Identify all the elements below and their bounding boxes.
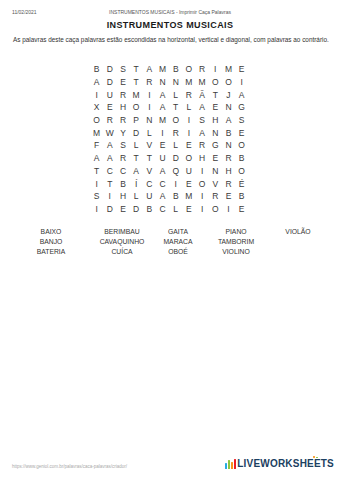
grid-cell-r3c5[interactable]: I	[143, 88, 156, 101]
grid-cell-r5c5[interactable]: N	[143, 114, 156, 127]
grid-cell-r7c8[interactable]: E	[182, 139, 195, 152]
grid-cell-r4c4[interactable]: O	[130, 101, 143, 114]
grid-cell-r9c7[interactable]: Q	[169, 165, 182, 178]
grid-cell-r1c7[interactable]: B	[169, 63, 182, 76]
grid-cell-r8c11[interactable]: R	[222, 152, 235, 165]
grid-cell-r11c11[interactable]: E	[222, 190, 235, 203]
grid-cell-r5c9[interactable]: S	[196, 114, 209, 127]
grid-cell-r8c2[interactable]: A	[103, 152, 116, 165]
grid-cell-r2c7[interactable]: N	[169, 76, 182, 89]
word-bateria: BATERIA	[37, 247, 66, 257]
grid-cell-r8c6[interactable]: U	[156, 152, 169, 165]
grid-cell-r3c1[interactable]: I	[90, 88, 103, 101]
grid-cell-r2c4[interactable]: T	[130, 76, 143, 89]
grid-cell-r10c7[interactable]: I	[169, 177, 182, 190]
word-cuíca: CUÍCA	[111, 247, 132, 257]
word-list: BAIXOBANJOBATERIABERIMBAUCAVAQUINHOCUÍCA…	[18, 227, 320, 257]
word-column: BAIXOBANJOBATERIA	[18, 227, 84, 257]
grid-cell-r10c4[interactable]: Í	[130, 177, 143, 190]
word-column: VIOLÃO	[276, 227, 320, 257]
grid-cell-r12c5[interactable]: B	[143, 203, 156, 216]
grid-cell-r12c7[interactable]: L	[169, 203, 182, 216]
grid-cell-r5c10[interactable]: H	[209, 114, 222, 127]
grid-cell-r4c3[interactable]: H	[116, 101, 129, 114]
grid-cell-r9c4[interactable]: A	[130, 165, 143, 178]
instructions-text: As palavras deste caça palavras estão es…	[13, 34, 329, 45]
grid-cell-r1c8[interactable]: O	[182, 63, 195, 76]
grid-cell-r10c9[interactable]: O	[196, 177, 209, 190]
liveworksheets-logo-text: LIVEWORKSHEETS	[237, 458, 334, 470]
grid-cell-r6c9[interactable]: A	[196, 126, 209, 139]
grid-cell-r10c3[interactable]: B	[116, 177, 129, 190]
print-header: 11/02/2021 INSTRUMENTOS MUSICAIS - Impri…	[0, 9, 340, 19]
grid-cell-r7c4[interactable]: L	[130, 139, 143, 152]
grid-cell-r8c1[interactable]: A	[90, 152, 103, 165]
grid-cell-r6c4[interactable]: D	[130, 126, 143, 139]
grid-cell-r7c2[interactable]: A	[103, 139, 116, 152]
grid-cell-r3c3[interactable]: R	[116, 88, 129, 101]
word-maraca: MARACA	[163, 237, 192, 247]
grid-cell-r2c1[interactable]: A	[90, 76, 103, 89]
grid-cell-r12c9[interactable]: I	[196, 203, 209, 216]
grid-cell-r11c1[interactable]: S	[90, 190, 103, 203]
grid-cell-r4c2[interactable]: E	[103, 101, 116, 114]
grid-cell-r4c11[interactable]: N	[222, 101, 235, 114]
print-doc-title: INSTRUMENTOS MUSICAIS - Imprimir Caça Pa…	[0, 9, 340, 15]
grid-cell-r3c11[interactable]: J	[222, 88, 235, 101]
grid-cell-r10c5[interactable]: C	[143, 177, 156, 190]
grid-cell-r1c1[interactable]: B	[90, 63, 103, 76]
grid-cell-r4c7[interactable]: T	[169, 101, 182, 114]
grid-cell-r1c4[interactable]: T	[130, 63, 143, 76]
grid-cell-r10c8[interactable]: E	[182, 177, 195, 190]
grid-cell-r4c9[interactable]: A	[196, 101, 209, 114]
grid-cell-r11c8[interactable]: M	[182, 190, 195, 203]
grid-cell-r11c3[interactable]: H	[116, 190, 129, 203]
grid-cell-r9c5[interactable]: V	[143, 165, 156, 178]
grid-cell-r4c10[interactable]: E	[209, 101, 222, 114]
grid-cell-r5c2[interactable]: R	[103, 114, 116, 127]
grid-cell-r12c1[interactable]: I	[90, 203, 103, 216]
grid-cell-r12c6[interactable]: C	[156, 203, 169, 216]
grid-cell-r2c11[interactable]: O	[222, 76, 235, 89]
grid-cell-r1c2[interactable]: D	[103, 63, 116, 76]
grid-cell-r9c12[interactable]: O	[235, 165, 248, 178]
grid-cell-r3c7[interactable]: L	[169, 88, 182, 101]
grid-cell-r5c11[interactable]: A	[222, 114, 235, 127]
grid-cell-r3c12[interactable]: A	[235, 88, 248, 101]
grid-cell-r2c2[interactable]: D	[103, 76, 116, 89]
grid-cell-r6c12[interactable]: E	[235, 126, 248, 139]
grid-cell-r9c8[interactable]: U	[182, 165, 195, 178]
grid-cell-r10c1[interactable]: I	[90, 177, 103, 190]
grid-cell-r2c10[interactable]: O	[209, 76, 222, 89]
grid-cell-r9c3[interactable]: C	[116, 165, 129, 178]
grid-cell-r8c12[interactable]: B	[235, 152, 248, 165]
grid-cell-r5c6[interactable]: M	[156, 114, 169, 127]
word-piano: PIANO	[225, 227, 246, 237]
grid-cell-r7c1[interactable]: F	[90, 139, 103, 152]
grid-cell-r10c12[interactable]: É	[235, 177, 248, 190]
word-tamborim: TAMBORIM	[218, 237, 254, 247]
grid-cell-r8c5[interactable]: T	[143, 152, 156, 165]
grid-cell-r11c4[interactable]: L	[130, 190, 143, 203]
page-title: INSTRUMENTOS MUSICAIS	[0, 20, 340, 30]
grid-cell-r2c5[interactable]: R	[143, 76, 156, 89]
grid-cell-r5c8[interactable]: I	[182, 114, 195, 127]
grid-cell-r4c6[interactable]: A	[156, 101, 169, 114]
grid-cell-r3c10[interactable]: T	[209, 88, 222, 101]
word-cavaquinho: CAVAQUINHO	[100, 237, 145, 247]
grid-cell-r11c10[interactable]: R	[209, 190, 222, 203]
grid-cell-r6c5[interactable]: L	[143, 126, 156, 139]
grid-cell-r8c8[interactable]: O	[182, 152, 195, 165]
grid-cell-r12c12[interactable]: E	[235, 203, 248, 216]
word-gaita: GAITA	[168, 227, 188, 237]
word-violão: VIOLÃO	[285, 227, 310, 237]
grid-cell-r9c1[interactable]: T	[90, 165, 103, 178]
grid-cell-r1c10[interactable]: I	[209, 63, 222, 76]
grid-cell-r4c1[interactable]: X	[90, 101, 103, 114]
grid-cell-r2c6[interactable]: N	[156, 76, 169, 89]
grid-cell-r7c12[interactable]: O	[235, 139, 248, 152]
grid-cell-r7c5[interactable]: V	[143, 139, 156, 152]
liveworksheets-bars-icon	[225, 458, 236, 470]
grid-cell-r8c4[interactable]: T	[130, 152, 143, 165]
grid-cell-r9c6[interactable]: A	[156, 165, 169, 178]
grid-cell-r6c6[interactable]: I	[156, 126, 169, 139]
grid-cell-r1c11[interactable]: M	[222, 63, 235, 76]
grid-cell-r12c4[interactable]: D	[130, 203, 143, 216]
grid-cell-r12c2[interactable]: D	[103, 203, 116, 216]
grid-cell-r2c3[interactable]: E	[116, 76, 129, 89]
word-search-grid: BDSTAMBORIMEADETRNNMMOOIIURMIALRÃTJAXEHO…	[90, 63, 248, 215]
grid-cell-r1c9[interactable]: R	[196, 63, 209, 76]
grid-cell-r7c11[interactable]: N	[222, 139, 235, 152]
logo-confetti-dots	[313, 456, 319, 458]
grid-cell-r2c12[interactable]: I	[235, 76, 248, 89]
grid-cell-r7c7[interactable]: L	[169, 139, 182, 152]
grid-cell-r7c10[interactable]: G	[209, 139, 222, 152]
grid-cell-r1c5[interactable]: A	[143, 63, 156, 76]
grid-cell-r12c8[interactable]: E	[182, 203, 195, 216]
grid-cell-r4c12[interactable]: G	[235, 101, 248, 114]
grid-cell-r6c8[interactable]: I	[182, 126, 195, 139]
grid-cell-r6c3[interactable]: Y	[116, 126, 129, 139]
grid-cell-r6c11[interactable]: B	[222, 126, 235, 139]
grid-cell-r3c8[interactable]: R	[182, 88, 195, 101]
grid-cell-r9c2[interactable]: C	[103, 165, 116, 178]
grid-cell-r2c9[interactable]: M	[196, 76, 209, 89]
grid-cell-r6c2[interactable]: W	[103, 126, 116, 139]
grid-cell-r1c12[interactable]: E	[235, 63, 248, 76]
grid-cell-r6c10[interactable]: N	[209, 126, 222, 139]
grid-cell-r10c6[interactable]: C	[156, 177, 169, 190]
grid-cell-r4c8[interactable]: L	[182, 101, 195, 114]
grid-cell-r8c7[interactable]: D	[169, 152, 182, 165]
grid-cell-r12c3[interactable]: E	[116, 203, 129, 216]
word-banjo: BANJO	[40, 237, 63, 247]
grid-cell-r7c9[interactable]: R	[196, 139, 209, 152]
grid-cell-r5c7[interactable]: O	[169, 114, 182, 127]
grid-cell-r11c7[interactable]: B	[169, 190, 182, 203]
grid-cell-r8c3[interactable]: R	[116, 152, 129, 165]
grid-cell-r1c3[interactable]: S	[116, 63, 129, 76]
grid-cell-r3c9[interactable]: Ã	[196, 88, 209, 101]
grid-cell-r10c11[interactable]: R	[222, 177, 235, 190]
grid-cell-r11c12[interactable]: B	[235, 190, 248, 203]
grid-cell-r5c3[interactable]: R	[116, 114, 129, 127]
grid-cell-r9c10[interactable]: N	[209, 165, 222, 178]
word-oboé: OBOÉ	[168, 247, 188, 257]
liveworksheets-logo: LIVEWORKSHEETS	[225, 458, 334, 470]
grid-cell-r11c6[interactable]: A	[156, 190, 169, 203]
word-column: PIANOTAMBORIMVIOLINO	[196, 227, 276, 257]
word-baixo: BAIXO	[41, 227, 62, 237]
grid-cell-r12c11[interactable]: I	[222, 203, 235, 216]
word-column: GAITAMARACAOBOÉ	[160, 227, 196, 257]
grid-cell-r3c2[interactable]: U	[103, 88, 116, 101]
grid-cell-r8c10[interactable]: E	[209, 152, 222, 165]
grid-cell-r6c1[interactable]: M	[90, 126, 103, 139]
grid-cell-r3c4[interactable]: M	[130, 88, 143, 101]
grid-cell-r11c9[interactable]: I	[196, 190, 209, 203]
grid-cell-r7c3[interactable]: S	[116, 139, 129, 152]
grid-cell-r6c7[interactable]: R	[169, 126, 182, 139]
grid-cell-r12c10[interactable]: O	[209, 203, 222, 216]
grid-cell-r5c1[interactable]: O	[90, 114, 103, 127]
word-column: BERIMBAUCAVAQUINHOCUÍCA	[84, 227, 160, 257]
grid-cell-r7c6[interactable]: E	[156, 139, 169, 152]
grid-cell-r5c12[interactable]: S	[235, 114, 248, 127]
grid-cell-r9c11[interactable]: H	[222, 165, 235, 178]
grid-cell-r3c6[interactable]: A	[156, 88, 169, 101]
grid-cell-r2c8[interactable]: M	[182, 76, 195, 89]
grid-cell-r1c6[interactable]: M	[156, 63, 169, 76]
grid-cell-r5c4[interactable]: P	[130, 114, 143, 127]
word-berimbau: BERIMBAU	[104, 227, 140, 237]
grid-cell-r9c9[interactable]: I	[196, 165, 209, 178]
grid-cell-r11c5[interactable]: U	[143, 190, 156, 203]
word-violino: VIOLINO	[222, 247, 250, 257]
liveworksheets-logo-label: LIVEWORKSHEETS	[237, 458, 334, 469]
grid-cell-r10c2[interactable]: T	[103, 177, 116, 190]
grid-cell-r4c5[interactable]: I	[143, 101, 156, 114]
grid-cell-r10c10[interactable]: V	[209, 177, 222, 190]
source-url: https://www.geniol.com.br/palavras/caca-…	[12, 464, 127, 469]
grid-cell-r11c2[interactable]: I	[103, 190, 116, 203]
grid-cell-r8c9[interactable]: H	[196, 152, 209, 165]
